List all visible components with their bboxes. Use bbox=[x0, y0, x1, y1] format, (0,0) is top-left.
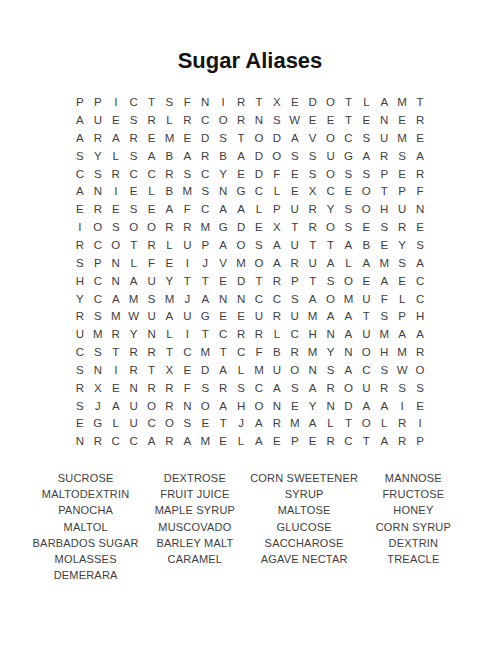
grid-cell-r4c7[interactable]: A bbox=[178, 148, 196, 166]
grid-cell-r13c19[interactable]: P bbox=[393, 308, 411, 326]
grid-cell-r4c14[interactable]: S bbox=[304, 148, 322, 166]
word-list-item[interactable]: SYRUP bbox=[250, 486, 359, 502]
grid-cell-r13c17[interactable]: T bbox=[357, 308, 375, 326]
grid-cell-r5c5[interactable]: C bbox=[143, 165, 161, 183]
grid-cell-r20c11[interactable]: A bbox=[250, 433, 268, 451]
grid-cell-r6c11[interactable]: C bbox=[250, 183, 268, 201]
grid-cell-r12c20[interactable]: C bbox=[411, 290, 429, 308]
word-list-item[interactable]: AGAVE NECTAR bbox=[250, 551, 359, 567]
grid-cell-r13c14[interactable]: M bbox=[304, 308, 322, 326]
grid-cell-r4c13[interactable]: S bbox=[286, 148, 304, 166]
grid-cell-r17c10[interactable]: S bbox=[232, 380, 250, 398]
word-list-item[interactable]: SUCROSE bbox=[31, 470, 140, 486]
grid-cell-r2c17[interactable]: E bbox=[357, 112, 375, 130]
grid-cell-r11c7[interactable]: T bbox=[178, 273, 196, 291]
grid-cell-r12c2[interactable]: C bbox=[89, 290, 107, 308]
grid-cell-r5c3[interactable]: R bbox=[107, 165, 125, 183]
grid-cell-r15c3[interactable]: T bbox=[107, 344, 125, 362]
grid-cell-r20c10[interactable]: L bbox=[232, 433, 250, 451]
grid-cell-r1c9[interactable]: I bbox=[214, 94, 232, 112]
word-list-item[interactable]: GLUCOSE bbox=[250, 519, 359, 535]
grid-cell-r14c7[interactable]: I bbox=[178, 326, 196, 344]
grid-cell-r19c10[interactable]: J bbox=[232, 415, 250, 433]
grid-cell-r14c19[interactable]: A bbox=[393, 326, 411, 344]
grid-cell-r4c10[interactable]: A bbox=[232, 148, 250, 166]
grid-cell-r5c20[interactable]: R bbox=[411, 165, 429, 183]
grid-cell-r6c13[interactable]: E bbox=[286, 183, 304, 201]
grid-cell-r6c4[interactable]: E bbox=[125, 183, 143, 201]
grid-cell-r1c13[interactable]: E bbox=[286, 94, 304, 112]
grid-cell-r3c2[interactable]: R bbox=[89, 130, 107, 148]
grid-cell-r17c13[interactable]: S bbox=[286, 380, 304, 398]
grid-cell-r5c17[interactable]: S bbox=[357, 165, 375, 183]
grid-cell-r12c9[interactable]: N bbox=[214, 290, 232, 308]
grid-cell-r14c8[interactable]: T bbox=[196, 326, 214, 344]
grid-cell-r6c16[interactable]: E bbox=[339, 183, 357, 201]
grid-cell-r19c12[interactable]: R bbox=[268, 415, 286, 433]
grid-cell-r10c16[interactable]: L bbox=[339, 255, 357, 273]
grid-cell-r6c6[interactable]: B bbox=[160, 183, 178, 201]
grid-cell-r17c20[interactable]: S bbox=[411, 380, 429, 398]
grid-cell-r2c18[interactable]: N bbox=[375, 112, 393, 130]
grid-cell-r19c2[interactable]: G bbox=[89, 415, 107, 433]
grid-cell-r14c11[interactable]: R bbox=[250, 326, 268, 344]
grid-cell-r16c4[interactable]: R bbox=[125, 362, 143, 380]
grid-cell-r10c3[interactable]: N bbox=[107, 255, 125, 273]
grid-cell-r8c8[interactable]: M bbox=[196, 219, 214, 237]
grid-cell-r3c12[interactable]: D bbox=[268, 130, 286, 148]
word-list-item[interactable]: MANNOSE bbox=[359, 470, 468, 486]
grid-cell-r6c3[interactable]: I bbox=[107, 183, 125, 201]
word-list-item[interactable]: HONEY bbox=[359, 502, 468, 518]
grid-cell-r12c8[interactable]: A bbox=[196, 290, 214, 308]
grid-cell-r16c13[interactable]: O bbox=[286, 362, 304, 380]
grid-cell-r8c3[interactable]: S bbox=[107, 219, 125, 237]
grid-cell-r16c5[interactable]: T bbox=[143, 362, 161, 380]
grid-cell-r11c12[interactable]: R bbox=[268, 273, 286, 291]
grid-cell-r9c3[interactable]: O bbox=[107, 237, 125, 255]
grid-cell-r19c13[interactable]: M bbox=[286, 415, 304, 433]
grid-cell-r20c4[interactable]: C bbox=[125, 433, 143, 451]
grid-cell-r12c1[interactable]: Y bbox=[71, 290, 89, 308]
grid-cell-r7c10[interactable]: A bbox=[232, 201, 250, 219]
grid-cell-r17c17[interactable]: U bbox=[357, 380, 375, 398]
grid-cell-r19c9[interactable]: T bbox=[214, 415, 232, 433]
grid-cell-r7c7[interactable]: F bbox=[178, 201, 196, 219]
grid-cell-r9c17[interactable]: B bbox=[357, 237, 375, 255]
grid-cell-r5c6[interactable]: R bbox=[160, 165, 178, 183]
grid-cell-r13c5[interactable]: U bbox=[143, 308, 161, 326]
grid-cell-r11c2[interactable]: C bbox=[89, 273, 107, 291]
grid-cell-r4c20[interactable]: A bbox=[411, 148, 429, 166]
grid-cell-r20c14[interactable]: E bbox=[304, 433, 322, 451]
grid-cell-r1c17[interactable]: L bbox=[357, 94, 375, 112]
grid-cell-r12c10[interactable]: N bbox=[232, 290, 250, 308]
grid-cell-r7c8[interactable]: C bbox=[196, 201, 214, 219]
grid-cell-r15c2[interactable]: S bbox=[89, 344, 107, 362]
grid-cell-r13c1[interactable]: R bbox=[71, 308, 89, 326]
grid-cell-r1c4[interactable]: C bbox=[125, 94, 143, 112]
grid-cell-r19c19[interactable]: R bbox=[393, 415, 411, 433]
grid-cell-r12c6[interactable]: M bbox=[160, 290, 178, 308]
grid-cell-r4c12[interactable]: O bbox=[268, 148, 286, 166]
grid-cell-r16c2[interactable]: N bbox=[89, 362, 107, 380]
grid-cell-r10c12[interactable]: A bbox=[268, 255, 286, 273]
grid-cell-r20c3[interactable]: C bbox=[107, 433, 125, 451]
grid-cell-r11c14[interactable]: T bbox=[304, 273, 322, 291]
grid-cell-r1c19[interactable]: M bbox=[393, 94, 411, 112]
grid-cell-r13c7[interactable]: U bbox=[178, 308, 196, 326]
grid-cell-r17c1[interactable]: R bbox=[71, 380, 89, 398]
grid-cell-r9c8[interactable]: P bbox=[196, 237, 214, 255]
grid-cell-r3c5[interactable]: E bbox=[143, 130, 161, 148]
grid-cell-r10c7[interactable]: I bbox=[178, 255, 196, 273]
grid-cell-r3c11[interactable]: O bbox=[250, 130, 268, 148]
grid-cell-r6c12[interactable]: L bbox=[268, 183, 286, 201]
grid-cell-r15c11[interactable]: F bbox=[250, 344, 268, 362]
grid-cell-r20c1[interactable]: N bbox=[71, 433, 89, 451]
grid-cell-r18c5[interactable]: O bbox=[143, 397, 161, 415]
grid-cell-r12c15[interactable]: O bbox=[322, 290, 340, 308]
grid-cell-r10c5[interactable]: F bbox=[143, 255, 161, 273]
grid-cell-r9c1[interactable]: R bbox=[71, 237, 89, 255]
grid-cell-r6c1[interactable]: A bbox=[71, 183, 89, 201]
grid-cell-r17c15[interactable]: R bbox=[322, 380, 340, 398]
word-list-item[interactable]: CORN SWEETENER bbox=[250, 470, 359, 486]
grid-cell-r6c2[interactable]: N bbox=[89, 183, 107, 201]
grid-cell-r10c11[interactable]: O bbox=[250, 255, 268, 273]
grid-cell-r8c7[interactable]: R bbox=[178, 219, 196, 237]
grid-cell-r6c15[interactable]: C bbox=[322, 183, 340, 201]
grid-cell-r14c20[interactable]: A bbox=[411, 326, 429, 344]
grid-cell-r4c4[interactable]: S bbox=[125, 148, 143, 166]
word-list-item[interactable]: BARBADOS SUGAR bbox=[31, 535, 140, 551]
grid-cell-r15c10[interactable]: C bbox=[232, 344, 250, 362]
grid-cell-r20c7[interactable]: A bbox=[178, 433, 196, 451]
grid-cell-r20c8[interactable]: M bbox=[196, 433, 214, 451]
grid-cell-r3c19[interactable]: M bbox=[393, 130, 411, 148]
grid-cell-r19c18[interactable]: L bbox=[375, 415, 393, 433]
grid-cell-r15c6[interactable]: T bbox=[160, 344, 178, 362]
grid-cell-r14c15[interactable]: N bbox=[322, 326, 340, 344]
grid-cell-r16c1[interactable]: S bbox=[71, 362, 89, 380]
grid-cell-r13c10[interactable]: E bbox=[232, 308, 250, 326]
grid-cell-r17c4[interactable]: N bbox=[125, 380, 143, 398]
word-list-item[interactable]: DEXTRIN bbox=[359, 535, 468, 551]
grid-cell-r12c11[interactable]: C bbox=[250, 290, 268, 308]
grid-cell-r8c16[interactable]: S bbox=[339, 219, 357, 237]
grid-cell-r20c9[interactable]: E bbox=[214, 433, 232, 451]
grid-cell-r8c4[interactable]: O bbox=[125, 219, 143, 237]
grid-cell-r11c20[interactable]: C bbox=[411, 273, 429, 291]
grid-cell-r15c18[interactable]: H bbox=[375, 344, 393, 362]
grid-cell-r3c6[interactable]: M bbox=[160, 130, 178, 148]
grid-cell-r8c1[interactable]: I bbox=[71, 219, 89, 237]
grid-cell-r2c11[interactable]: N bbox=[250, 112, 268, 130]
grid-cell-r5c8[interactable]: C bbox=[196, 165, 214, 183]
grid-cell-r7c9[interactable]: A bbox=[214, 201, 232, 219]
grid-cell-r1c5[interactable]: T bbox=[143, 94, 161, 112]
grid-cell-r2c16[interactable]: T bbox=[339, 112, 357, 130]
grid-cell-r12c4[interactable]: M bbox=[125, 290, 143, 308]
grid-cell-r17c2[interactable]: X bbox=[89, 380, 107, 398]
grid-cell-r3c8[interactable]: D bbox=[196, 130, 214, 148]
grid-cell-r7c17[interactable]: O bbox=[357, 201, 375, 219]
grid-cell-r9c16[interactable]: A bbox=[339, 237, 357, 255]
grid-cell-r14c13[interactable]: C bbox=[286, 326, 304, 344]
grid-cell-r16c17[interactable]: C bbox=[357, 362, 375, 380]
grid-cell-r5c2[interactable]: S bbox=[89, 165, 107, 183]
grid-cell-r1c12[interactable]: X bbox=[268, 94, 286, 112]
grid-cell-r13c2[interactable]: S bbox=[89, 308, 107, 326]
grid-cell-r12c16[interactable]: M bbox=[339, 290, 357, 308]
grid-cell-r9c6[interactable]: L bbox=[160, 237, 178, 255]
grid-cell-r1c6[interactable]: S bbox=[160, 94, 178, 112]
grid-cell-r18c10[interactable]: H bbox=[232, 397, 250, 415]
grid-cell-r2c15[interactable]: E bbox=[322, 112, 340, 130]
grid-cell-r19c8[interactable]: E bbox=[196, 415, 214, 433]
grid-cell-r4c9[interactable]: B bbox=[214, 148, 232, 166]
grid-cell-r2c19[interactable]: E bbox=[393, 112, 411, 130]
grid-cell-r12c12[interactable]: C bbox=[268, 290, 286, 308]
grid-cell-r5c13[interactable]: E bbox=[286, 165, 304, 183]
grid-cell-r6c8[interactable]: S bbox=[196, 183, 214, 201]
grid-cell-r5c10[interactable]: E bbox=[232, 165, 250, 183]
grid-cell-r17c7[interactable]: F bbox=[178, 380, 196, 398]
grid-cell-r17c9[interactable]: R bbox=[214, 380, 232, 398]
grid-cell-r8c12[interactable]: X bbox=[268, 219, 286, 237]
grid-cell-r10c2[interactable]: P bbox=[89, 255, 107, 273]
grid-cell-r8c14[interactable]: R bbox=[304, 219, 322, 237]
grid-cell-r15c15[interactable]: Y bbox=[322, 344, 340, 362]
grid-cell-r4c16[interactable]: G bbox=[339, 148, 357, 166]
grid-cell-r8c15[interactable]: O bbox=[322, 219, 340, 237]
grid-cell-r18c2[interactable]: J bbox=[89, 397, 107, 415]
grid-cell-r16c8[interactable]: D bbox=[196, 362, 214, 380]
grid-cell-r10c14[interactable]: U bbox=[304, 255, 322, 273]
grid-cell-r11c19[interactable]: E bbox=[393, 273, 411, 291]
grid-cell-r1c11[interactable]: T bbox=[250, 94, 268, 112]
grid-cell-r16c14[interactable]: N bbox=[304, 362, 322, 380]
grid-cell-r20c13[interactable]: P bbox=[286, 433, 304, 451]
grid-cell-r9c10[interactable]: O bbox=[232, 237, 250, 255]
grid-cell-r13c4[interactable]: W bbox=[125, 308, 143, 326]
grid-cell-r18c9[interactable]: A bbox=[214, 397, 232, 415]
grid-cell-r9c20[interactable]: S bbox=[411, 237, 429, 255]
grid-cell-r1c7[interactable]: F bbox=[178, 94, 196, 112]
grid-cell-r18c13[interactable]: E bbox=[286, 397, 304, 415]
grid-cell-r16c3[interactable]: I bbox=[107, 362, 125, 380]
grid-cell-r16c11[interactable]: M bbox=[250, 362, 268, 380]
grid-cell-r11c4[interactable]: A bbox=[125, 273, 143, 291]
grid-cell-r18c14[interactable]: Y bbox=[304, 397, 322, 415]
grid-cell-r6c9[interactable]: N bbox=[214, 183, 232, 201]
grid-cell-r5c7[interactable]: S bbox=[178, 165, 196, 183]
grid-cell-r4c15[interactable]: U bbox=[322, 148, 340, 166]
grid-cell-r18c12[interactable]: N bbox=[268, 397, 286, 415]
grid-cell-r8c11[interactable]: E bbox=[250, 219, 268, 237]
grid-cell-r9c9[interactable]: A bbox=[214, 237, 232, 255]
grid-cell-r11c5[interactable]: U bbox=[143, 273, 161, 291]
grid-cell-r9c2[interactable]: C bbox=[89, 237, 107, 255]
grid-cell-r17c8[interactable]: S bbox=[196, 380, 214, 398]
grid-cell-r5c19[interactable]: E bbox=[393, 165, 411, 183]
grid-cell-r20c19[interactable]: R bbox=[393, 433, 411, 451]
grid-cell-r7c4[interactable]: S bbox=[125, 201, 143, 219]
grid-cell-r20c5[interactable]: A bbox=[143, 433, 161, 451]
grid-cell-r19c6[interactable]: O bbox=[160, 415, 178, 433]
grid-cell-r16c16[interactable]: A bbox=[339, 362, 357, 380]
grid-cell-r15c4[interactable]: R bbox=[125, 344, 143, 362]
grid-cell-r18c4[interactable]: U bbox=[125, 397, 143, 415]
grid-cell-r13c15[interactable]: A bbox=[322, 308, 340, 326]
grid-cell-r8c9[interactable]: G bbox=[214, 219, 232, 237]
grid-cell-r9c18[interactable]: E bbox=[375, 237, 393, 255]
grid-cell-r14c17[interactable]: U bbox=[357, 326, 375, 344]
grid-cell-r3c14[interactable]: V bbox=[304, 130, 322, 148]
grid-cell-r1c1[interactable]: P bbox=[71, 94, 89, 112]
grid-cell-r14c4[interactable]: Y bbox=[125, 326, 143, 344]
grid-cell-r6c20[interactable]: F bbox=[411, 183, 429, 201]
grid-cell-r7c16[interactable]: S bbox=[339, 201, 357, 219]
grid-cell-r7c13[interactable]: U bbox=[286, 201, 304, 219]
grid-cell-r18c15[interactable]: N bbox=[322, 397, 340, 415]
grid-cell-r9c7[interactable]: U bbox=[178, 237, 196, 255]
grid-cell-r19c1[interactable]: E bbox=[71, 415, 89, 433]
grid-cell-r18c1[interactable]: S bbox=[71, 397, 89, 415]
word-list-item[interactable]: SACCHAROSE bbox=[250, 535, 359, 551]
grid-cell-r3c15[interactable]: O bbox=[322, 130, 340, 148]
grid-cell-r14c6[interactable]: L bbox=[160, 326, 178, 344]
grid-cell-r4c5[interactable]: A bbox=[143, 148, 161, 166]
grid-cell-r14c10[interactable]: R bbox=[232, 326, 250, 344]
grid-cell-r12c3[interactable]: A bbox=[107, 290, 125, 308]
grid-cell-r3c7[interactable]: E bbox=[178, 130, 196, 148]
grid-cell-r11c10[interactable]: D bbox=[232, 273, 250, 291]
grid-cell-r3c9[interactable]: S bbox=[214, 130, 232, 148]
grid-cell-r20c18[interactable]: A bbox=[375, 433, 393, 451]
grid-cell-r16c7[interactable]: E bbox=[178, 362, 196, 380]
grid-cell-r13c18[interactable]: S bbox=[375, 308, 393, 326]
grid-cell-r15c7[interactable]: C bbox=[178, 344, 196, 362]
grid-cell-r18c16[interactable]: D bbox=[339, 397, 357, 415]
grid-cell-r2c10[interactable]: R bbox=[232, 112, 250, 130]
grid-cell-r4c17[interactable]: A bbox=[357, 148, 375, 166]
grid-cell-r15c17[interactable]: O bbox=[357, 344, 375, 362]
grid-cell-r9c13[interactable]: U bbox=[286, 237, 304, 255]
grid-cell-r11c6[interactable]: Y bbox=[160, 273, 178, 291]
grid-cell-r17c16[interactable]: O bbox=[339, 380, 357, 398]
grid-cell-r8c6[interactable]: R bbox=[160, 219, 178, 237]
grid-cell-r16c18[interactable]: S bbox=[375, 362, 393, 380]
grid-cell-r13c12[interactable]: R bbox=[268, 308, 286, 326]
grid-cell-r2c12[interactable]: S bbox=[268, 112, 286, 130]
word-list-item[interactable]: MALTOSE bbox=[250, 502, 359, 518]
grid-cell-r17c11[interactable]: C bbox=[250, 380, 268, 398]
grid-cell-r8c20[interactable]: E bbox=[411, 219, 429, 237]
grid-cell-r8c17[interactable]: E bbox=[357, 219, 375, 237]
grid-cell-r14c16[interactable]: A bbox=[339, 326, 357, 344]
grid-cell-r20c2[interactable]: R bbox=[89, 433, 107, 451]
grid-cell-r6c7[interactable]: M bbox=[178, 183, 196, 201]
grid-cell-r9c15[interactable]: T bbox=[322, 237, 340, 255]
grid-cell-r14c9[interactable]: C bbox=[214, 326, 232, 344]
grid-cell-r15c1[interactable]: C bbox=[71, 344, 89, 362]
grid-cell-r5c14[interactable]: S bbox=[304, 165, 322, 183]
grid-cell-r1c8[interactable]: N bbox=[196, 94, 214, 112]
grid-cell-r11c8[interactable]: T bbox=[196, 273, 214, 291]
grid-cell-r1c16[interactable]: T bbox=[339, 94, 357, 112]
word-list-item[interactable]: MOLASSES bbox=[31, 551, 140, 567]
grid-cell-r16c9[interactable]: A bbox=[214, 362, 232, 380]
grid-cell-r18c7[interactable]: N bbox=[178, 397, 196, 415]
grid-cell-r13c8[interactable]: G bbox=[196, 308, 214, 326]
grid-cell-r17c18[interactable]: R bbox=[375, 380, 393, 398]
grid-cell-r18c19[interactable]: I bbox=[393, 397, 411, 415]
grid-cell-r5c4[interactable]: C bbox=[125, 165, 143, 183]
grid-cell-r19c15[interactable]: L bbox=[322, 415, 340, 433]
grid-cell-r19c16[interactable]: T bbox=[339, 415, 357, 433]
grid-cell-r18c17[interactable]: A bbox=[357, 397, 375, 415]
word-list-item[interactable]: MUSCOVADO bbox=[140, 519, 249, 535]
grid-cell-r15c5[interactable]: R bbox=[143, 344, 161, 362]
grid-cell-r7c18[interactable]: H bbox=[375, 201, 393, 219]
grid-cell-r18c11[interactable]: O bbox=[250, 397, 268, 415]
grid-cell-r2c20[interactable]: R bbox=[411, 112, 429, 130]
grid-cell-r1c14[interactable]: D bbox=[304, 94, 322, 112]
word-list-item[interactable]: DEXTROSE bbox=[140, 470, 249, 486]
grid-cell-r9c19[interactable]: Y bbox=[393, 237, 411, 255]
grid-cell-r18c6[interactable]: R bbox=[160, 397, 178, 415]
grid-cell-r17c19[interactable]: S bbox=[393, 380, 411, 398]
grid-cell-r10c4[interactable]: L bbox=[125, 255, 143, 273]
word-list-item[interactable]: MAPLE SYRUP bbox=[140, 502, 249, 518]
grid-cell-r4c19[interactable]: S bbox=[393, 148, 411, 166]
grid-cell-r5c9[interactable]: Y bbox=[214, 165, 232, 183]
grid-cell-r14c12[interactable]: L bbox=[268, 326, 286, 344]
grid-cell-r12c19[interactable]: L bbox=[393, 290, 411, 308]
grid-cell-r4c11[interactable]: D bbox=[250, 148, 268, 166]
grid-cell-r3c17[interactable]: S bbox=[357, 130, 375, 148]
grid-cell-r7c5[interactable]: E bbox=[143, 201, 161, 219]
grid-cell-r7c6[interactable]: A bbox=[160, 201, 178, 219]
grid-cell-r5c15[interactable]: O bbox=[322, 165, 340, 183]
grid-cell-r4c6[interactable]: B bbox=[160, 148, 178, 166]
grid-cell-r19c5[interactable]: C bbox=[143, 415, 161, 433]
grid-cell-r13c6[interactable]: A bbox=[160, 308, 178, 326]
grid-cell-r12c7[interactable]: J bbox=[178, 290, 196, 308]
grid-cell-r11c9[interactable]: E bbox=[214, 273, 232, 291]
grid-cell-r13c3[interactable]: M bbox=[107, 308, 125, 326]
grid-cell-r2c8[interactable]: C bbox=[196, 112, 214, 130]
grid-cell-r16c15[interactable]: S bbox=[322, 362, 340, 380]
grid-cell-r20c12[interactable]: E bbox=[268, 433, 286, 451]
grid-cell-r17c14[interactable]: A bbox=[304, 380, 322, 398]
grid-cell-r10c20[interactable]: A bbox=[411, 255, 429, 273]
grid-cell-r7c12[interactable]: P bbox=[268, 201, 286, 219]
grid-cell-r3c10[interactable]: T bbox=[232, 130, 250, 148]
grid-cell-r3c16[interactable]: C bbox=[339, 130, 357, 148]
grid-cell-r3c3[interactable]: A bbox=[107, 130, 125, 148]
grid-cell-r8c2[interactable]: O bbox=[89, 219, 107, 237]
grid-cell-r1c10[interactable]: R bbox=[232, 94, 250, 112]
grid-cell-r5c11[interactable]: D bbox=[250, 165, 268, 183]
word-list-item[interactable]: MALTODEXTRIN bbox=[31, 486, 140, 502]
grid-cell-r10c9[interactable]: V bbox=[214, 255, 232, 273]
grid-cell-r10c13[interactable]: R bbox=[286, 255, 304, 273]
grid-cell-r12c17[interactable]: U bbox=[357, 290, 375, 308]
grid-cell-r11c11[interactable]: T bbox=[250, 273, 268, 291]
